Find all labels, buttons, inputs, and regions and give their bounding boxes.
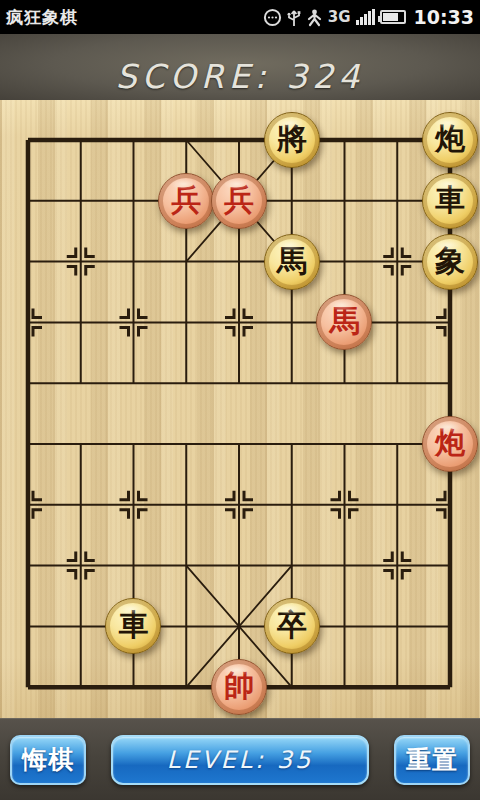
battery-icon <box>380 10 406 24</box>
piece-glyph: 卒 <box>277 610 307 640</box>
piece-glyph: 將 <box>277 124 307 154</box>
piece-glyph: 馬 <box>277 246 307 276</box>
score-text: SCORE: 324 <box>116 57 364 100</box>
piece-black-soldier[interactable]: 卒 <box>264 598 320 654</box>
piece-glyph: 車 <box>435 185 465 215</box>
usb-icon <box>287 8 301 27</box>
piece-black-cannon[interactable]: 炮 <box>422 112 478 168</box>
piece-glyph: 帥 <box>224 671 254 701</box>
undo-button-label: 悔棋 <box>22 743 74 776</box>
data-person-icon <box>306 8 323 27</box>
level-indicator: LEVEL: 35 <box>111 735 369 785</box>
bottom-bar: 悔棋 LEVEL: 35 重置 <box>0 718 480 800</box>
piece-glyph: 馬 <box>329 306 359 336</box>
piece-glyph: 兵 <box>171 185 201 215</box>
piece-glyph: 車 <box>118 610 148 640</box>
piece-red-horse[interactable]: 馬 <box>316 294 372 350</box>
piece-black-general[interactable]: 將 <box>264 112 320 168</box>
piece-red-general[interactable]: 帥 <box>211 659 267 715</box>
piece-red-cannon[interactable]: 炮 <box>422 416 478 472</box>
piece-glyph: 象 <box>435 246 465 276</box>
piece-black-elephant[interactable]: 象 <box>422 234 478 290</box>
piece-glyph: 炮 <box>435 428 465 458</box>
score-bar: SCORE: 324 <box>0 34 480 100</box>
network-type-label: 3G <box>328 8 351 26</box>
reset-button-label: 重置 <box>406 743 458 776</box>
undo-button[interactable]: 悔棋 <box>10 735 86 785</box>
xiangqi-board[interactable]: 將炮兵兵車馬象馬炮車卒帥 <box>0 100 480 718</box>
app-title: 疯狂象棋 <box>6 6 78 29</box>
status-time: 10:33 <box>414 6 474 28</box>
signal-bars-icon <box>356 9 375 25</box>
status-bar: 疯狂象棋 3G 10:33 <box>0 0 480 34</box>
piece-red-soldier[interactable]: 兵 <box>158 173 214 229</box>
app-screen: 疯狂象棋 3G 10:33 SCORE: 324 將炮兵兵車馬象馬炮車卒帥 <box>0 0 480 800</box>
status-icons: 3G 10:33 <box>263 6 474 28</box>
piece-black-chariot[interactable]: 車 <box>105 598 161 654</box>
reset-button[interactable]: 重置 <box>394 735 470 785</box>
notification-circle-icon <box>263 8 282 27</box>
piece-red-soldier[interactable]: 兵 <box>211 173 267 229</box>
piece-layer: 將炮兵兵車馬象馬炮車卒帥 <box>2 110 477 718</box>
piece-glyph: 炮 <box>435 124 465 154</box>
piece-black-horse[interactable]: 馬 <box>264 234 320 290</box>
piece-glyph: 兵 <box>224 185 254 215</box>
level-text: LEVEL: 35 <box>167 746 314 774</box>
piece-black-chariot[interactable]: 車 <box>422 173 478 229</box>
